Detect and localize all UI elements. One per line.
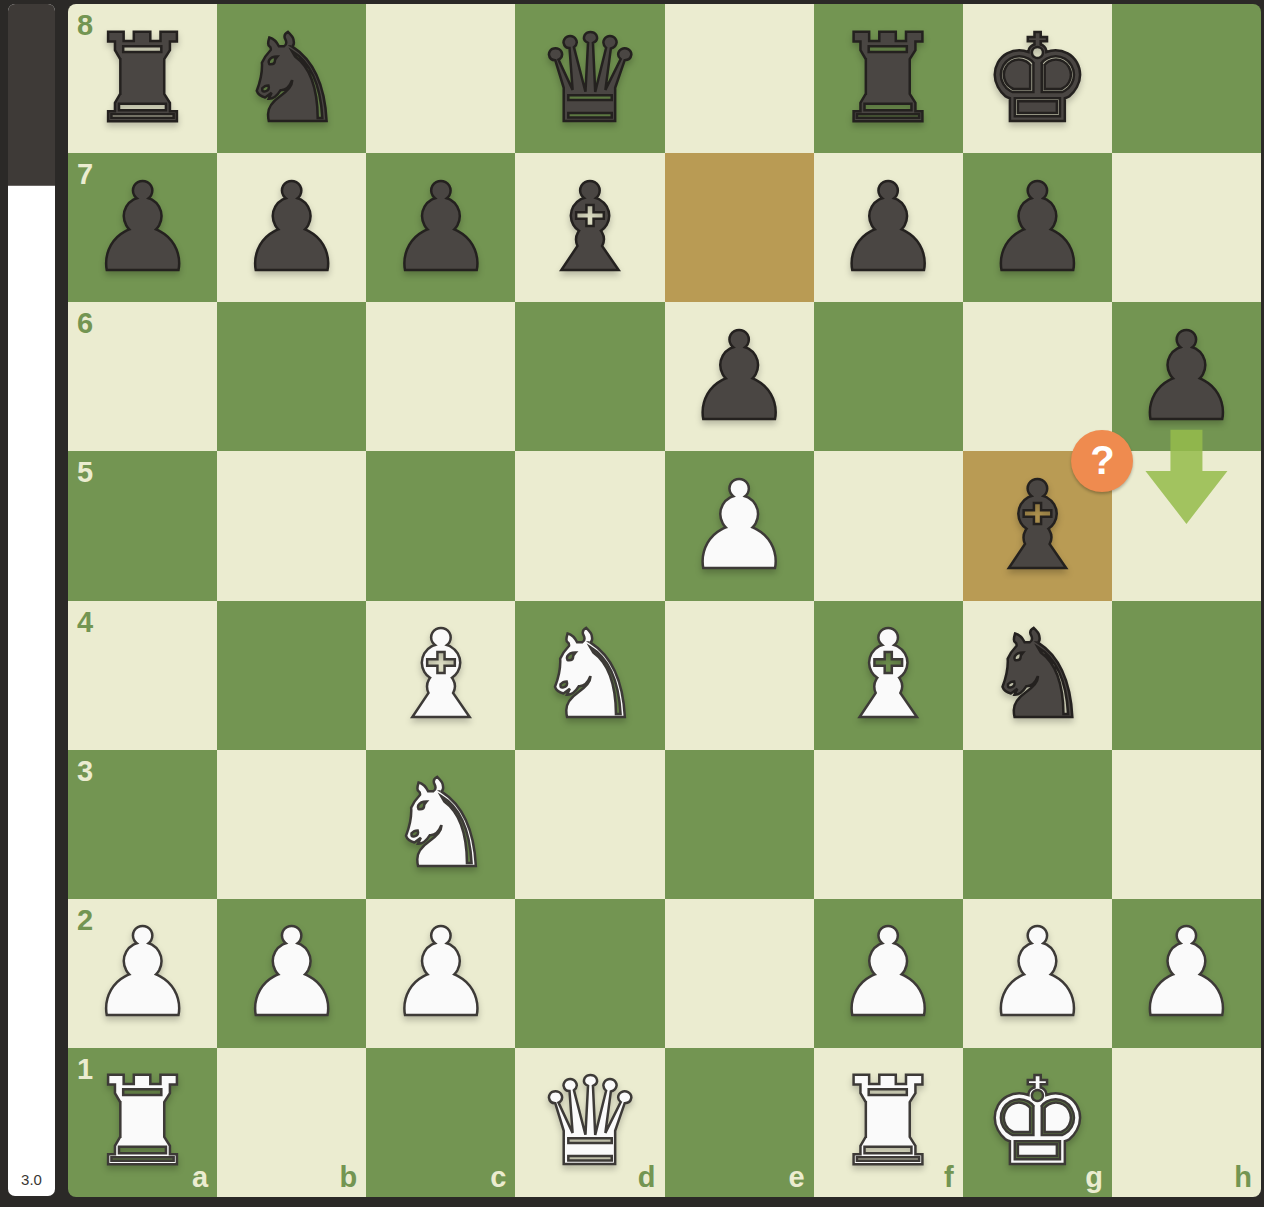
square-d2[interactable] — [515, 899, 664, 1048]
square-b1[interactable]: b — [217, 1048, 366, 1197]
black-rook-a8[interactable]: ♜ — [68, 4, 217, 153]
square-f5[interactable] — [814, 451, 963, 600]
square-g7[interactable]: ♟ — [963, 153, 1112, 302]
square-c6[interactable] — [366, 302, 515, 451]
square-f4[interactable]: ♝ — [814, 601, 963, 750]
square-e6[interactable]: ♟ — [665, 302, 814, 451]
square-b2[interactable]: ♟ — [217, 899, 366, 1048]
square-d6[interactable] — [515, 302, 664, 451]
square-g4[interactable]: ♞ — [963, 601, 1112, 750]
black-rook-f8[interactable]: ♜ — [814, 4, 963, 153]
square-a4[interactable]: 4 — [68, 601, 217, 750]
square-h4[interactable] — [1112, 601, 1261, 750]
white-rook-a1[interactable]: ♜ — [68, 1048, 217, 1197]
square-h2[interactable]: ♟ — [1112, 899, 1261, 1048]
square-a1[interactable]: 1a♜ — [68, 1048, 217, 1197]
black-pawn-b7[interactable]: ♟ — [217, 153, 366, 302]
white-king-g1[interactable]: ♚ — [963, 1048, 1112, 1197]
white-pawn-e5[interactable]: ♟ — [665, 451, 814, 600]
square-b5[interactable] — [217, 451, 366, 600]
evaluation-bar-black-section — [8, 4, 55, 186]
mistake-badge-symbol: ? — [1090, 438, 1114, 483]
white-knight-d4[interactable]: ♞ — [515, 601, 664, 750]
black-pawn-g7[interactable]: ♟ — [963, 153, 1112, 302]
white-bishop-f4[interactable]: ♝ — [814, 601, 963, 750]
square-e3[interactable] — [665, 750, 814, 899]
square-a6[interactable]: 6 — [68, 302, 217, 451]
square-f1[interactable]: f♜ — [814, 1048, 963, 1197]
square-f2[interactable]: ♟ — [814, 899, 963, 1048]
square-g2[interactable]: ♟ — [963, 899, 1112, 1048]
square-b8[interactable]: ♞ — [217, 4, 366, 153]
rank-label-5: 5 — [77, 458, 93, 487]
square-c5[interactable] — [366, 451, 515, 600]
square-e4[interactable] — [665, 601, 814, 750]
square-g6[interactable] — [963, 302, 1112, 451]
square-f6[interactable] — [814, 302, 963, 451]
square-f8[interactable]: ♜ — [814, 4, 963, 153]
square-d7[interactable]: ♝ — [515, 153, 664, 302]
square-f3[interactable] — [814, 750, 963, 899]
black-pawn-a7[interactable]: ♟ — [68, 153, 217, 302]
square-c1[interactable]: c — [366, 1048, 515, 1197]
square-b7[interactable]: ♟ — [217, 153, 366, 302]
square-e7[interactable] — [665, 153, 814, 302]
white-pawn-c2[interactable]: ♟ — [366, 899, 515, 1048]
square-d1[interactable]: d♛ — [515, 1048, 664, 1197]
black-pawn-e6[interactable]: ♟ — [665, 302, 814, 451]
square-d5[interactable] — [515, 451, 664, 600]
square-c2[interactable]: ♟ — [366, 899, 515, 1048]
black-queen-d8[interactable]: ♛ — [515, 4, 664, 153]
square-h1[interactable]: h — [1112, 1048, 1261, 1197]
square-b3[interactable] — [217, 750, 366, 899]
white-bishop-c4[interactable]: ♝ — [366, 601, 515, 750]
file-label-b: b — [340, 1163, 358, 1192]
square-e5[interactable]: ♟ — [665, 451, 814, 600]
rank-label-3: 3 — [77, 757, 93, 786]
white-pawn-a2[interactable]: ♟ — [68, 899, 217, 1048]
white-pawn-g2[interactable]: ♟ — [963, 899, 1112, 1048]
square-e1[interactable]: e — [665, 1048, 814, 1197]
square-f7[interactable]: ♟ — [814, 153, 963, 302]
square-h6[interactable]: ♟ — [1112, 302, 1261, 451]
square-c4[interactable]: ♝ — [366, 601, 515, 750]
square-h8[interactable] — [1112, 4, 1261, 153]
square-a5[interactable]: 5 — [68, 451, 217, 600]
white-pawn-b2[interactable]: ♟ — [217, 899, 366, 1048]
square-b4[interactable] — [217, 601, 366, 750]
white-queen-d1[interactable]: ♛ — [515, 1048, 664, 1197]
square-c3[interactable]: ♞ — [366, 750, 515, 899]
white-knight-c3[interactable]: ♞ — [366, 750, 515, 899]
file-label-c: c — [490, 1163, 506, 1192]
square-h3[interactable] — [1112, 750, 1261, 899]
white-pawn-f2[interactable]: ♟ — [814, 899, 963, 1048]
evaluation-score: 3.0 — [8, 1171, 55, 1188]
square-e8[interactable] — [665, 4, 814, 153]
black-pawn-f7[interactable]: ♟ — [814, 153, 963, 302]
black-knight-g4[interactable]: ♞ — [963, 601, 1112, 750]
square-a7[interactable]: 7♟ — [68, 153, 217, 302]
black-pawn-c7[interactable]: ♟ — [366, 153, 515, 302]
square-g1[interactable]: g♚ — [963, 1048, 1112, 1197]
chess-board[interactable]: ? 8♜♞♛♜♚7♟♟♟♝♟♟6♟♟5♟♝4♝♞♝♞3♞2♟♟♟♟♟♟1a♜bc… — [68, 4, 1261, 1197]
square-e2[interactable] — [665, 899, 814, 1048]
square-g3[interactable] — [963, 750, 1112, 899]
black-knight-b8[interactable]: ♞ — [217, 4, 366, 153]
file-label-e: e — [788, 1163, 804, 1192]
square-g8[interactable]: ♚ — [963, 4, 1112, 153]
square-a2[interactable]: 2♟ — [68, 899, 217, 1048]
rank-label-6: 6 — [77, 309, 93, 338]
square-h5[interactable] — [1112, 451, 1261, 600]
square-c7[interactable]: ♟ — [366, 153, 515, 302]
white-rook-f1[interactable]: ♜ — [814, 1048, 963, 1197]
rank-label-4: 4 — [77, 608, 93, 637]
square-d8[interactable]: ♛ — [515, 4, 664, 153]
evaluation-bar: 3.0 — [8, 4, 55, 1196]
mistake-badge: ? — [1071, 430, 1133, 492]
square-a8[interactable]: 8♜ — [68, 4, 217, 153]
white-pawn-h2[interactable]: ♟ — [1112, 899, 1261, 1048]
square-a3[interactable]: 3 — [68, 750, 217, 899]
file-label-h: h — [1234, 1163, 1252, 1192]
square-d4[interactable]: ♞ — [515, 601, 664, 750]
square-h7[interactable] — [1112, 153, 1261, 302]
black-king-g8[interactable]: ♚ — [963, 4, 1112, 153]
square-c8[interactable] — [366, 4, 515, 153]
square-b6[interactable] — [217, 302, 366, 451]
black-pawn-h6[interactable]: ♟ — [1112, 302, 1261, 451]
square-d3[interactable] — [515, 750, 664, 899]
black-bishop-d7[interactable]: ♝ — [515, 153, 664, 302]
